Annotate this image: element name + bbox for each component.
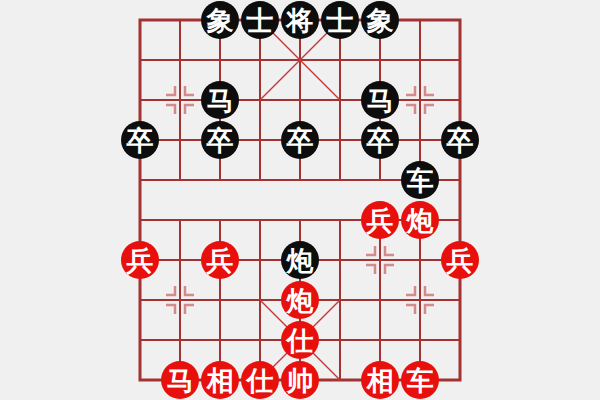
xiangqi-board: 象士将士象马马卒卒卒卒卒车兵炮兵兵炮兵炮仕马相仕帅相车 [0,0,600,400]
piece-black-soldier[interactable]: 卒 [281,121,319,159]
piece-black-advisor[interactable]: 士 [241,1,279,39]
xiangqi-screenshot: 象士将士象马马卒卒卒卒卒车兵炮兵兵炮兵炮仕马相仕帅相车 [0,0,600,400]
piece-red-elephant[interactable]: 相 [201,361,239,399]
piece-black-soldier[interactable]: 卒 [441,121,479,159]
piece-black-elephant[interactable]: 象 [361,1,399,39]
piece-black-horse[interactable]: 马 [361,81,399,119]
piece-black-general[interactable]: 将 [281,1,319,39]
piece-red-soldier[interactable]: 兵 [361,201,399,239]
piece-black-advisor[interactable]: 士 [321,1,359,39]
piece-red-cannon[interactable]: 炮 [401,201,439,239]
piece-black-horse[interactable]: 马 [201,81,239,119]
piece-red-cannon[interactable]: 炮 [281,281,319,319]
piece-black-cannon[interactable]: 炮 [281,241,319,279]
piece-black-soldier[interactable]: 卒 [361,121,399,159]
piece-red-horse[interactable]: 马 [161,361,199,399]
piece-red-advisor[interactable]: 仕 [241,361,279,399]
piece-red-soldier[interactable]: 兵 [201,241,239,279]
piece-black-soldier[interactable]: 卒 [121,121,159,159]
board-pieces-grid[interactable]: 象士将士象马马卒卒卒卒卒车兵炮兵兵炮兵炮仕马相仕帅相车 [120,0,480,400]
piece-red-advisor[interactable]: 仕 [281,321,319,359]
piece-black-elephant[interactable]: 象 [201,1,239,39]
piece-red-soldier[interactable]: 兵 [441,241,479,279]
piece-red-chariot[interactable]: 车 [401,361,439,399]
piece-red-soldier[interactable]: 兵 [121,241,159,279]
piece-red-general[interactable]: 帅 [281,361,319,399]
piece-black-chariot[interactable]: 车 [401,161,439,199]
piece-red-elephant[interactable]: 相 [361,361,399,399]
piece-black-soldier[interactable]: 卒 [201,121,239,159]
